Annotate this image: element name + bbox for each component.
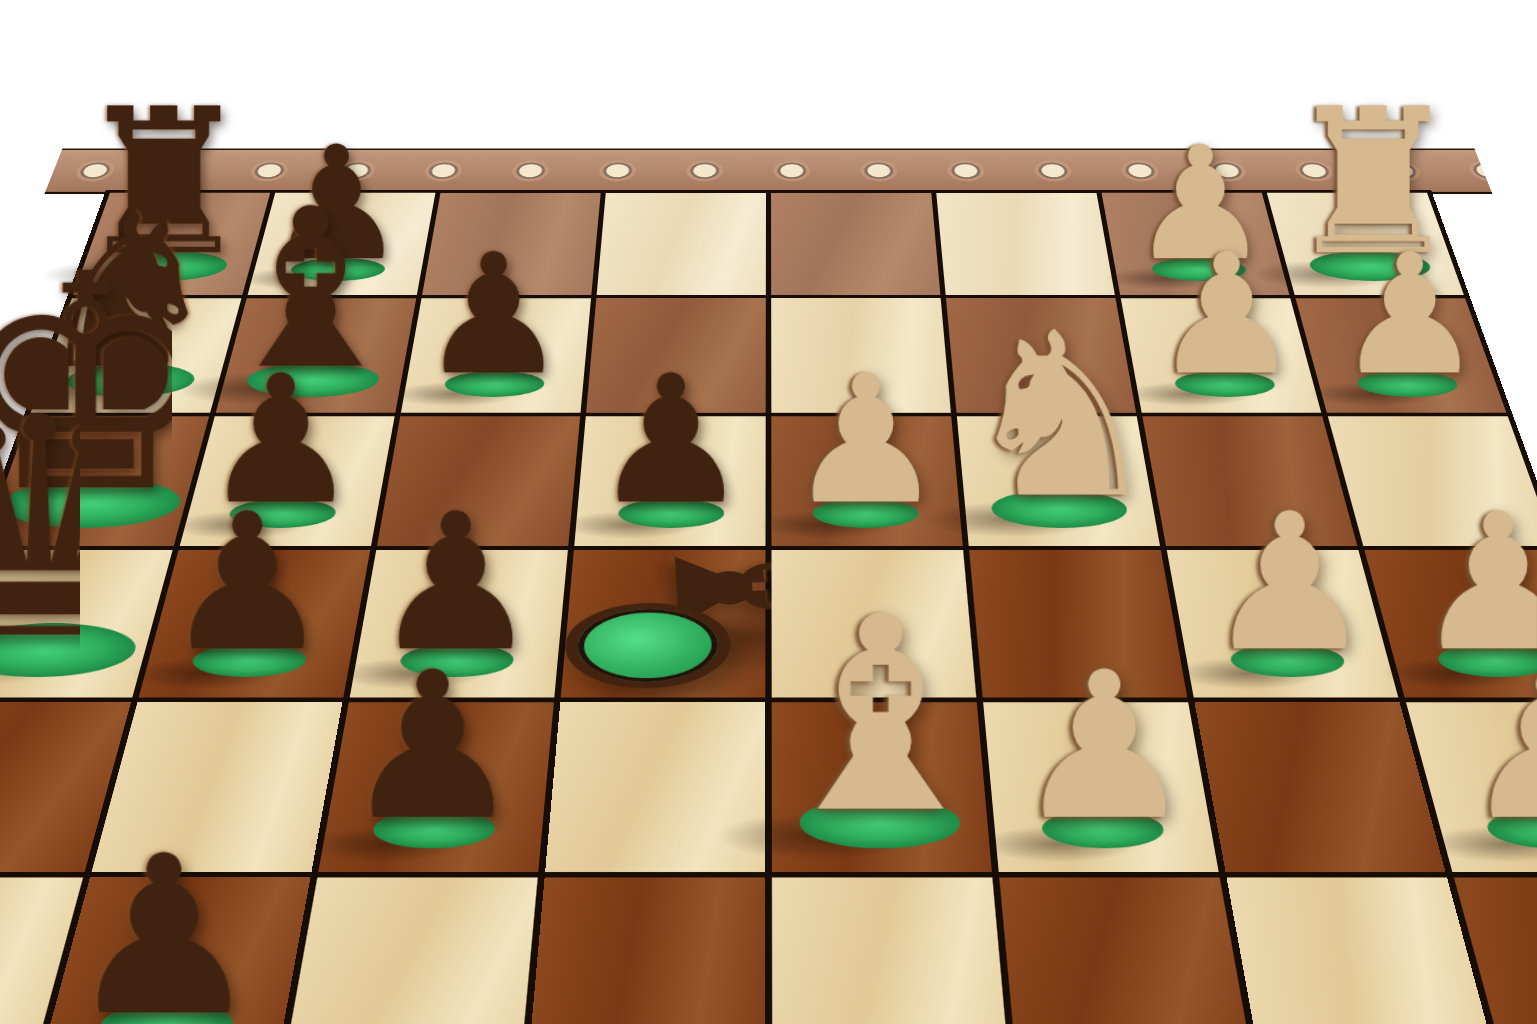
square-c7[interactable]: ♟ xyxy=(401,298,591,413)
chess-board: ♜♟♟♜♞♝♟♟♟♚♟♟♟♞♛♟♟♝♟♟♟♝♟♟♟ xyxy=(0,190,1537,1024)
piece-white-pawn-h4[interactable]: ♟ xyxy=(1461,653,1537,840)
piece-white-pawn-g5[interactable]: ♟ xyxy=(1205,495,1375,669)
square-f6[interactable]: ♞ xyxy=(957,416,1160,546)
square-f3[interactable] xyxy=(999,877,1255,1024)
piece-black-pawn-d6[interactable]: ♟ xyxy=(591,358,750,521)
square-c4[interactable]: ♟ xyxy=(318,702,554,872)
piece-black-pawn-c4[interactable]: ♟ xyxy=(341,653,523,840)
square-d5[interactable]: ♝ xyxy=(561,550,766,698)
board-perspective-stage: ♜♟♟♜♞♝♟♟♟♚♟♟♟♞♛♟♟♝♟♟♟♝♟♟♟ xyxy=(106,190,1431,1024)
piece-black-queen-a5[interactable]: ♛ xyxy=(0,391,175,670)
piece-black-pawn-b3[interactable]: ♟ xyxy=(65,835,262,1024)
square-c3[interactable] xyxy=(282,877,538,1024)
fallen-piece-felt-base xyxy=(562,603,732,688)
piece-white-pawn-h7[interactable]: ♟ xyxy=(1335,238,1484,391)
chess-set-photo: ♜♟♟♜♞♝♟♟♟♚♟♟♟♞♛♟♟♝♟♟♟♝♟♟♟ xyxy=(0,0,1537,1024)
square-d3[interactable] xyxy=(527,877,765,1024)
square-d8[interactable] xyxy=(597,193,766,295)
piece-white-bishop-e4[interactable]: ♝ xyxy=(760,593,1001,840)
piece-white-knight-f6[interactable]: ♞ xyxy=(959,313,1162,522)
piece-black-pawn-b5[interactable]: ♟ xyxy=(162,495,332,669)
piece-black-pawn-c7[interactable]: ♟ xyxy=(419,238,568,391)
square-h7[interactable]: ♟ xyxy=(1296,298,1507,413)
square-e3[interactable] xyxy=(772,877,1010,1024)
square-h4[interactable]: ♟ xyxy=(1406,702,1537,872)
square-b3[interactable]: ♟ xyxy=(37,877,311,1024)
piece-white-pawn-e6[interactable]: ♟ xyxy=(787,358,946,521)
fallen-piece-group: ♝ xyxy=(561,550,766,698)
chess-board-grid: ♜♟♟♜♞♝♟♟♟♚♟♟♟♞♛♟♟♝♟♟♟♝♟♟♟ xyxy=(0,190,1537,1024)
square-e8[interactable] xyxy=(771,193,940,295)
piece-white-pawn-f4[interactable]: ♟ xyxy=(1013,653,1195,840)
piece-white-pawn-g7[interactable]: ♟ xyxy=(1152,238,1301,391)
square-f4[interactable]: ♟ xyxy=(983,702,1219,872)
